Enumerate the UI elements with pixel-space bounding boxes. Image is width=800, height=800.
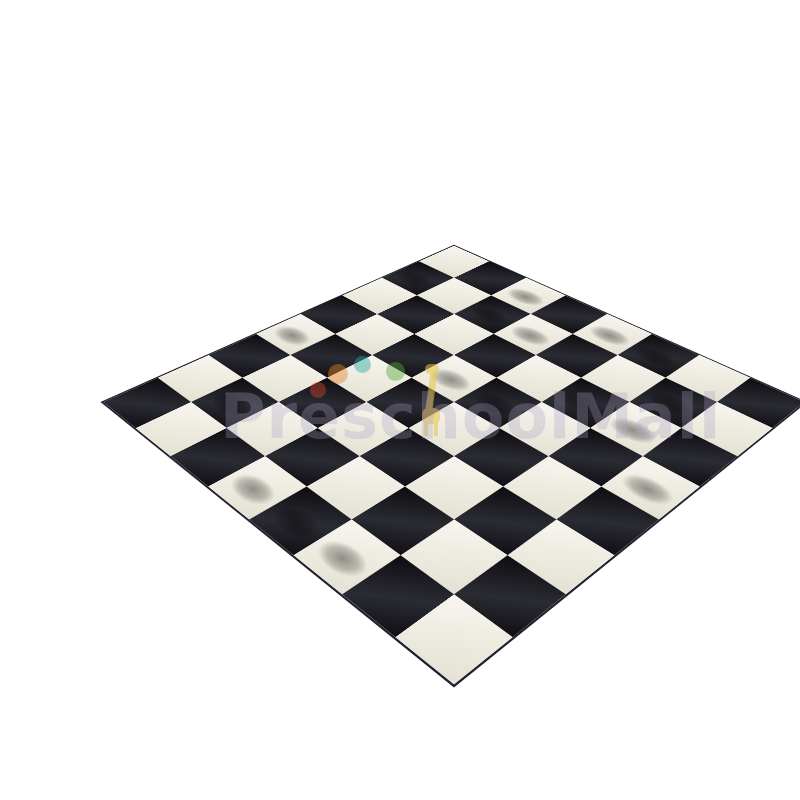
chess-board-scene: ♝♚♜♜♟♛♝♟♟♟♟♟♟♞♚♛♝ — [204, 152, 700, 648]
piece-wP-a4[interactable]: ♟ — [618, 424, 682, 496]
piece-wQ-e2[interactable]: ♛ — [498, 262, 569, 341]
chess-board: ♝♚♜♜♟♛♝♟♟♟♟♟♟♞♚♛♝ — [100, 245, 800, 688]
piece-bB-c8[interactable]: ♝ — [302, 465, 392, 565]
piece-bR-h2[interactable]: ♜ — [390, 222, 446, 285]
square-h8[interactable] — [103, 378, 191, 428]
piece-wP-h5[interactable]: ♟ — [270, 283, 322, 341]
piece-bP-d4[interactable]: ♟ — [469, 346, 526, 410]
square-c5[interactable] — [454, 428, 548, 486]
product-photo-stage: ♝♚♜♜♟♛♝♟♟♟♟♟♟♞♚♛♝ PreschoolMall — [0, 0, 800, 800]
